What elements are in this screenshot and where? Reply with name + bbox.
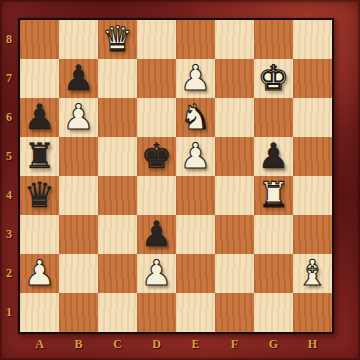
- piece-black-pawn-d3[interactable]: ♟: [137, 215, 176, 254]
- square-g5[interactable]: ♟: [254, 137, 293, 176]
- square-a3[interactable]: [20, 215, 59, 254]
- piece-white-king-g7[interactable]: ♚: [254, 59, 293, 98]
- square-h5[interactable]: [293, 137, 332, 176]
- file-label-h: H: [293, 334, 332, 356]
- square-f3[interactable]: [215, 215, 254, 254]
- rank-label-2: 2: [0, 254, 18, 293]
- piece-white-pawn-e5[interactable]: ♟: [176, 137, 215, 176]
- rank-label-1: 1: [0, 293, 18, 332]
- piece-white-bishop-h2[interactable]: ♝: [293, 254, 332, 293]
- square-d6[interactable]: [137, 98, 176, 137]
- square-g4[interactable]: ♜: [254, 176, 293, 215]
- square-g6[interactable]: [254, 98, 293, 137]
- piece-black-rook-a5[interactable]: ♜: [20, 137, 59, 176]
- square-d3[interactable]: ♟: [137, 215, 176, 254]
- square-d7[interactable]: [137, 59, 176, 98]
- square-h4[interactable]: [293, 176, 332, 215]
- file-label-a: A: [20, 334, 59, 356]
- piece-black-pawn-g5[interactable]: ♟: [254, 137, 293, 176]
- square-a8[interactable]: [20, 20, 59, 59]
- square-g3[interactable]: [254, 215, 293, 254]
- square-e7[interactable]: ♟: [176, 59, 215, 98]
- square-c7[interactable]: [98, 59, 137, 98]
- file-label-b: B: [59, 334, 98, 356]
- square-a4[interactable]: ♛: [20, 176, 59, 215]
- square-f1[interactable]: [215, 293, 254, 332]
- piece-white-knight-e6[interactable]: ♞: [176, 98, 215, 137]
- square-e2[interactable]: [176, 254, 215, 293]
- square-c6[interactable]: [98, 98, 137, 137]
- square-b2[interactable]: [59, 254, 98, 293]
- square-f8[interactable]: [215, 20, 254, 59]
- file-label-f: F: [215, 334, 254, 356]
- square-f6[interactable]: [215, 98, 254, 137]
- piece-black-queen-a4[interactable]: ♛: [20, 176, 59, 215]
- square-b7[interactable]: ♟: [59, 59, 98, 98]
- rank-label-3: 3: [0, 215, 18, 254]
- square-a5[interactable]: ♜: [20, 137, 59, 176]
- square-a7[interactable]: [20, 59, 59, 98]
- square-f5[interactable]: [215, 137, 254, 176]
- square-d2[interactable]: ♟: [137, 254, 176, 293]
- square-h7[interactable]: [293, 59, 332, 98]
- piece-black-king-d5[interactable]: ♚: [137, 137, 176, 176]
- piece-white-pawn-a2[interactable]: ♟: [20, 254, 59, 293]
- piece-black-pawn-a6[interactable]: ♟: [20, 98, 59, 137]
- square-a6[interactable]: ♟: [20, 98, 59, 137]
- square-d5[interactable]: ♚: [137, 137, 176, 176]
- square-c4[interactable]: [98, 176, 137, 215]
- rank-label-4: 4: [0, 176, 18, 215]
- square-b5[interactable]: [59, 137, 98, 176]
- square-c5[interactable]: [98, 137, 137, 176]
- square-e4[interactable]: [176, 176, 215, 215]
- file-label-d: D: [137, 334, 176, 356]
- piece-black-pawn-b7[interactable]: ♟: [59, 59, 98, 98]
- square-d8[interactable]: [137, 20, 176, 59]
- file-label-e: E: [176, 334, 215, 356]
- square-e5[interactable]: ♟: [176, 137, 215, 176]
- square-e3[interactable]: [176, 215, 215, 254]
- square-b8[interactable]: [59, 20, 98, 59]
- square-b1[interactable]: [59, 293, 98, 332]
- square-b3[interactable]: [59, 215, 98, 254]
- square-g8[interactable]: [254, 20, 293, 59]
- piece-white-pawn-d2[interactable]: ♟: [137, 254, 176, 293]
- square-g2[interactable]: [254, 254, 293, 293]
- square-g7[interactable]: ♚: [254, 59, 293, 98]
- piece-white-pawn-e7[interactable]: ♟: [176, 59, 215, 98]
- square-a1[interactable]: [20, 293, 59, 332]
- piece-white-rook-g4[interactable]: ♜: [254, 176, 293, 215]
- square-b6[interactable]: ♟: [59, 98, 98, 137]
- board-frame: 87654321 ABCDEFGH ♛♟♟♚♟♟♞♜♚♟♟♛♜♟♟♟♝: [0, 0, 360, 360]
- piece-white-queen-c8[interactable]: ♛: [98, 20, 137, 59]
- file-label-c: C: [98, 334, 137, 356]
- rank-label-7: 7: [0, 59, 18, 98]
- square-c2[interactable]: [98, 254, 137, 293]
- square-f7[interactable]: [215, 59, 254, 98]
- square-h3[interactable]: [293, 215, 332, 254]
- square-h6[interactable]: [293, 98, 332, 137]
- square-f2[interactable]: [215, 254, 254, 293]
- square-h8[interactable]: [293, 20, 332, 59]
- square-d4[interactable]: [137, 176, 176, 215]
- square-e1[interactable]: [176, 293, 215, 332]
- square-e6[interactable]: ♞: [176, 98, 215, 137]
- rank-label-6: 6: [0, 98, 18, 137]
- square-c1[interactable]: [98, 293, 137, 332]
- rank-label-5: 5: [0, 137, 18, 176]
- file-label-g: G: [254, 334, 293, 356]
- square-d1[interactable]: [137, 293, 176, 332]
- square-a2[interactable]: ♟: [20, 254, 59, 293]
- square-b4[interactable]: [59, 176, 98, 215]
- square-e8[interactable]: [176, 20, 215, 59]
- square-c3[interactable]: [98, 215, 137, 254]
- square-f4[interactable]: [215, 176, 254, 215]
- square-h2[interactable]: ♝: [293, 254, 332, 293]
- square-c8[interactable]: ♛: [98, 20, 137, 59]
- piece-white-pawn-b6[interactable]: ♟: [59, 98, 98, 137]
- chess-board: ♛♟♟♚♟♟♞♜♚♟♟♛♜♟♟♟♝: [18, 18, 334, 334]
- square-g1[interactable]: [254, 293, 293, 332]
- rank-label-8: 8: [0, 20, 18, 59]
- square-h1[interactable]: [293, 293, 332, 332]
